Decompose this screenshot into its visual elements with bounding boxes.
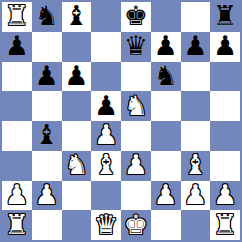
square-g5[interactable] (181, 91, 211, 121)
square-h2[interactable]: ♟ (210, 181, 240, 211)
square-h3[interactable] (210, 151, 240, 181)
square-b6[interactable]: ♟ (32, 62, 62, 92)
white-pawn: ♟ (5, 181, 29, 208)
square-a4[interactable] (2, 121, 32, 151)
square-c7[interactable] (62, 32, 92, 62)
square-c1[interactable] (62, 210, 92, 240)
square-e7[interactable]: ♛ (121, 32, 151, 62)
white-rook: ♜ (213, 211, 237, 238)
black-queen: ♛ (124, 32, 148, 59)
black-pawn: ♟ (154, 32, 178, 59)
square-d4[interactable]: ♟ (91, 121, 121, 151)
square-c2[interactable] (62, 181, 92, 211)
square-g7[interactable]: ♟ (181, 32, 211, 62)
white-knight: ♞ (124, 92, 148, 119)
square-d2[interactable] (91, 181, 121, 211)
white-king: ♚ (124, 211, 148, 238)
square-c8[interactable]: ♝ (62, 2, 92, 32)
white-queen: ♛ (94, 211, 118, 238)
square-h1[interactable]: ♜ (210, 210, 240, 240)
black-knight: ♞ (154, 62, 178, 89)
square-a1[interactable]: ♜ (2, 210, 32, 240)
black-king: ♚ (124, 2, 148, 29)
square-b2[interactable]: ♟ (32, 181, 62, 211)
square-c6[interactable]: ♟ (62, 62, 92, 92)
square-e1[interactable]: ♚ (121, 210, 151, 240)
black-pawn: ♟ (35, 62, 59, 89)
square-f6[interactable]: ♞ (151, 62, 181, 92)
black-pawn: ♟ (94, 92, 118, 119)
chess-board-wrap: ♜♞♝♚♜♟♛♟♟♟♟♟♞♟♞♝♟♞♝♟♝♟♟♟♟♟♜♛♚♜ (0, 0, 242, 242)
square-h4[interactable] (210, 121, 240, 151)
square-a3[interactable] (2, 151, 32, 181)
square-d6[interactable] (91, 62, 121, 92)
square-f3[interactable] (151, 151, 181, 181)
white-pawn: ♟ (213, 181, 237, 208)
white-knight: ♞ (64, 151, 88, 178)
square-c4[interactable] (62, 121, 92, 151)
square-f8[interactable] (151, 2, 181, 32)
square-g8[interactable] (181, 2, 211, 32)
square-g6[interactable] (181, 62, 211, 92)
white-pawn: ♟ (124, 151, 148, 178)
black-bishop: ♝ (64, 2, 88, 29)
white-bishop: ♝ (94, 151, 118, 178)
square-f1[interactable] (151, 210, 181, 240)
square-e2[interactable] (121, 181, 151, 211)
square-e8[interactable]: ♚ (121, 2, 151, 32)
white-bishop: ♝ (183, 151, 207, 178)
square-b5[interactable] (32, 91, 62, 121)
square-h7[interactable]: ♟ (210, 32, 240, 62)
black-bishop: ♝ (35, 121, 59, 148)
square-h5[interactable] (210, 91, 240, 121)
square-a5[interactable] (2, 91, 32, 121)
square-a8[interactable]: ♜ (2, 2, 32, 32)
black-pawn: ♟ (213, 32, 237, 59)
white-rook: ♜ (5, 211, 29, 238)
square-b3[interactable] (32, 151, 62, 181)
white-pawn: ♟ (183, 181, 207, 208)
square-e3[interactable]: ♟ (121, 151, 151, 181)
square-e4[interactable] (121, 121, 151, 151)
black-pawn: ♟ (183, 32, 207, 59)
square-f7[interactable]: ♟ (151, 32, 181, 62)
white-pawn: ♟ (154, 181, 178, 208)
square-d3[interactable]: ♝ (91, 151, 121, 181)
square-b8[interactable]: ♞ (32, 2, 62, 32)
square-f5[interactable] (151, 91, 181, 121)
black-rook: ♜ (213, 2, 237, 29)
square-b1[interactable] (32, 210, 62, 240)
square-e5[interactable]: ♞ (121, 91, 151, 121)
square-f4[interactable] (151, 121, 181, 151)
square-c5[interactable] (62, 91, 92, 121)
square-b4[interactable]: ♝ (32, 121, 62, 151)
black-pawn: ♟ (5, 32, 29, 59)
black-pawn: ♟ (64, 62, 88, 89)
white-pawn: ♟ (94, 121, 118, 148)
white-rook: ♜ (5, 2, 29, 29)
square-g3[interactable]: ♝ (181, 151, 211, 181)
square-h6[interactable] (210, 62, 240, 92)
square-a2[interactable]: ♟ (2, 181, 32, 211)
square-g2[interactable]: ♟ (181, 181, 211, 211)
square-g1[interactable] (181, 210, 211, 240)
square-d7[interactable] (91, 32, 121, 62)
square-f2[interactable]: ♟ (151, 181, 181, 211)
square-h8[interactable]: ♜ (210, 2, 240, 32)
square-g4[interactable] (181, 121, 211, 151)
chess-board: ♜♞♝♚♜♟♛♟♟♟♟♟♞♟♞♝♟♞♝♟♝♟♟♟♟♟♜♛♚♜ (0, 0, 242, 242)
square-c3[interactable]: ♞ (62, 151, 92, 181)
square-d8[interactable] (91, 2, 121, 32)
square-d1[interactable]: ♛ (91, 210, 121, 240)
black-knight: ♞ (35, 2, 59, 29)
square-a6[interactable] (2, 62, 32, 92)
square-a7[interactable]: ♟ (2, 32, 32, 62)
white-pawn: ♟ (35, 181, 59, 208)
square-d5[interactable]: ♟ (91, 91, 121, 121)
square-e6[interactable] (121, 62, 151, 92)
square-b7[interactable] (32, 32, 62, 62)
